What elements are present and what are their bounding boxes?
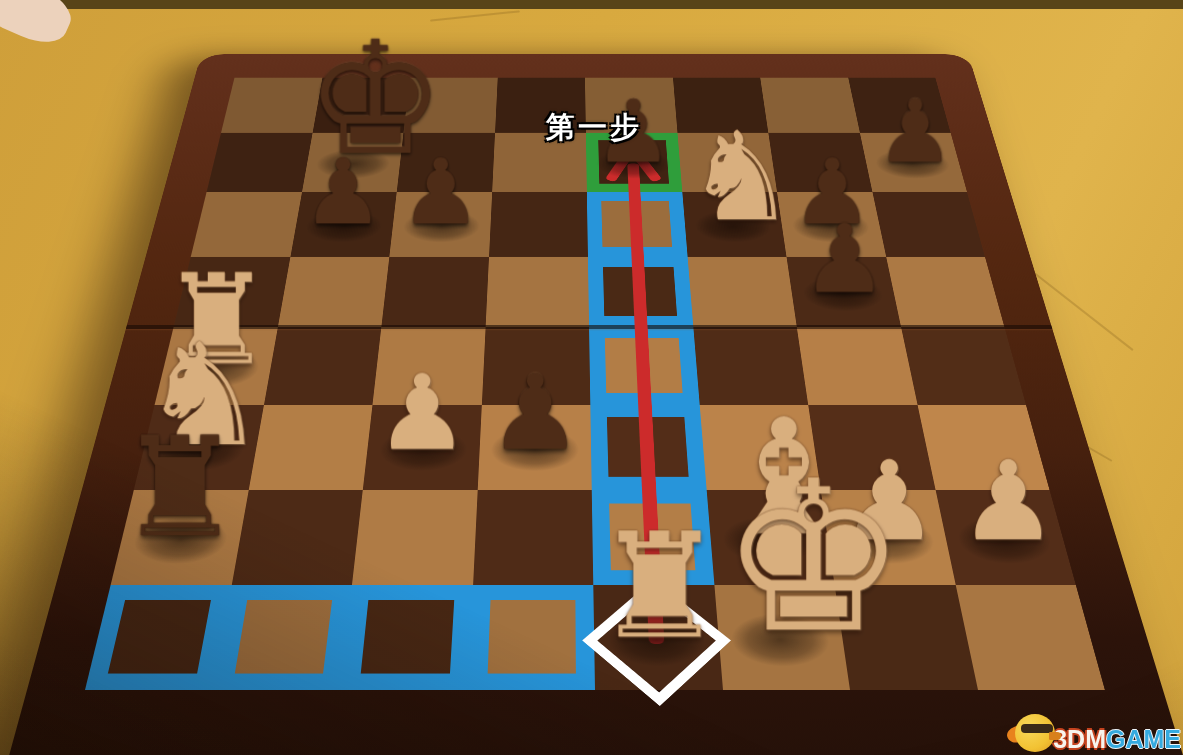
square-d6[interactable]: [489, 192, 588, 257]
knight-glyph: ♞: [685, 119, 783, 236]
white-knight-f6[interactable]: ♞: [682, 192, 787, 257]
square-c5[interactable]: [381, 256, 488, 327]
3dm-mascot-icon: [1009, 710, 1061, 754]
chess-game-screen: { "game": "chess", "scene": "3D wooden c…: [0, 0, 1183, 755]
square-a6[interactable]: [191, 192, 302, 257]
square-h5[interactable]: [886, 256, 1005, 327]
square-c1[interactable]: [340, 585, 473, 690]
square-b1[interactable]: [213, 585, 353, 690]
square-h4[interactable]: [901, 327, 1026, 404]
black-pawn-b6[interactable]: ♟: [290, 192, 397, 257]
pawn-glyph: ♟: [294, 150, 392, 236]
rook-glyph: ♜: [118, 423, 237, 554]
white-pawn-c3[interactable]: ♟: [363, 405, 482, 490]
square-a1[interactable]: [85, 585, 231, 690]
square-f5[interactable]: [687, 256, 797, 327]
black-pawn-d3[interactable]: ♟: [477, 405, 591, 490]
white-rook-e1[interactable]: ♜: [593, 585, 722, 690]
pawn-glyph: ♟: [366, 363, 479, 462]
pawn-glyph: ♟: [949, 450, 1068, 554]
king-glyph: ♚: [720, 458, 845, 656]
white-king-f1[interactable]: ♚: [714, 585, 850, 690]
square-b5[interactable]: [277, 256, 389, 327]
square-d2[interactable]: [473, 490, 594, 585]
black-pawn-g5[interactable]: ♟: [786, 256, 900, 327]
pawn-glyph: ♟: [868, 90, 962, 172]
pawn-glyph: ♟: [392, 150, 490, 236]
square-b2[interactable]: [231, 490, 362, 585]
rook-glyph: ♜: [594, 518, 719, 656]
square-d5[interactable]: [485, 256, 589, 327]
black-pawn-c6[interactable]: ♟: [389, 192, 491, 257]
watermark-game-text: GAME: [1106, 725, 1181, 754]
square-d1[interactable]: [468, 585, 596, 690]
3dmgame-watermark: 3DMGAME: [1009, 710, 1181, 754]
square-c2[interactable]: [352, 490, 477, 585]
chess-board: ♚♟♟♟♟♞♟♟♜♞♟♟♜♝♟♟♜♚: [85, 78, 1105, 690]
step-label: 第一步: [546, 108, 642, 148]
square-b4[interactable]: [264, 327, 382, 404]
pawn-glyph: ♟: [793, 214, 895, 304]
pawn-glyph: ♟: [479, 363, 592, 462]
